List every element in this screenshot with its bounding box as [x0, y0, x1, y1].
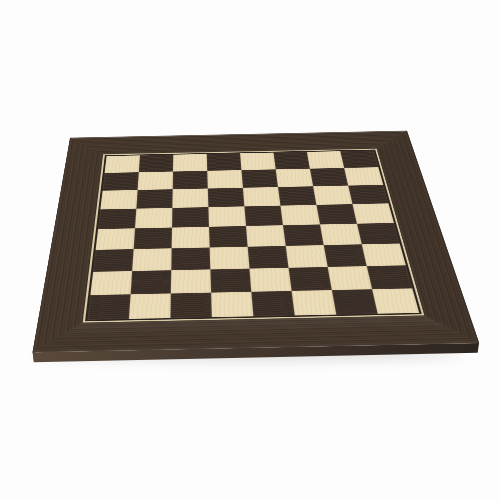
photo-background: [0, 0, 500, 500]
square-d1[interactable]: [211, 292, 253, 317]
square-c5[interactable]: [172, 207, 209, 227]
square-c1[interactable]: [170, 293, 211, 318]
square-g1[interactable]: [332, 289, 378, 314]
square-h2[interactable]: [367, 265, 413, 289]
square-a3[interactable]: [93, 249, 134, 272]
square-f7[interactable]: [276, 169, 313, 187]
square-e1[interactable]: [251, 291, 294, 316]
square-d8[interactable]: [207, 153, 242, 171]
square-a1[interactable]: [87, 294, 130, 320]
square-c4[interactable]: [172, 227, 210, 249]
square-a8[interactable]: [105, 155, 140, 173]
square-h7[interactable]: [344, 167, 383, 185]
square-a7[interactable]: [103, 172, 139, 190]
square-b5[interactable]: [135, 208, 172, 228]
square-e6[interactable]: [243, 187, 281, 206]
square-c8[interactable]: [173, 154, 207, 172]
square-g3[interactable]: [324, 244, 367, 267]
square-h3[interactable]: [362, 244, 406, 267]
square-f2[interactable]: [289, 267, 332, 291]
square-e4[interactable]: [246, 225, 286, 246]
square-e2[interactable]: [249, 268, 291, 292]
square-g7[interactable]: [310, 168, 348, 186]
square-a6[interactable]: [100, 190, 137, 209]
square-g4[interactable]: [320, 224, 362, 245]
square-h1[interactable]: [372, 288, 419, 313]
square-b7[interactable]: [138, 172, 173, 190]
square-c6[interactable]: [172, 189, 208, 208]
square-f8[interactable]: [273, 152, 309, 170]
inlay-gap: [85, 150, 422, 322]
square-f3[interactable]: [286, 245, 328, 268]
square-d5[interactable]: [208, 206, 246, 226]
square-e7[interactable]: [241, 169, 278, 187]
square-a2[interactable]: [90, 271, 132, 295]
square-c2[interactable]: [171, 269, 211, 293]
square-g8[interactable]: [307, 151, 344, 168]
square-f5[interactable]: [280, 205, 320, 225]
square-b4[interactable]: [134, 228, 172, 250]
square-b8[interactable]: [139, 155, 174, 173]
square-h5[interactable]: [352, 203, 394, 223]
square-g6[interactable]: [313, 186, 352, 205]
square-f6[interactable]: [278, 186, 316, 205]
square-g2[interactable]: [328, 266, 372, 290]
square-b3[interactable]: [132, 248, 171, 271]
square-e8[interactable]: [240, 153, 276, 171]
square-d4[interactable]: [209, 226, 248, 248]
square-c3[interactable]: [171, 248, 210, 271]
inlay-line: [83, 149, 425, 323]
square-d7[interactable]: [207, 170, 243, 188]
square-f4[interactable]: [283, 224, 324, 245]
square-g5[interactable]: [316, 204, 357, 224]
square-b1[interactable]: [129, 293, 171, 318]
square-e3[interactable]: [248, 246, 289, 269]
square-d3[interactable]: [210, 247, 250, 270]
square-e5[interactable]: [244, 206, 283, 226]
square-c7[interactable]: [173, 171, 208, 189]
square-d2[interactable]: [210, 269, 251, 293]
square-b6[interactable]: [136, 189, 172, 208]
square-f1[interactable]: [292, 290, 337, 315]
square-b2[interactable]: [131, 270, 172, 294]
chessboard-field: [87, 150, 419, 319]
square-h6[interactable]: [348, 185, 388, 204]
square-a5[interactable]: [98, 209, 136, 229]
square-a4[interactable]: [96, 228, 135, 250]
chessboard: [33, 131, 479, 352]
square-h4[interactable]: [357, 223, 400, 244]
square-d6[interactable]: [208, 188, 245, 207]
square-h8[interactable]: [340, 150, 378, 167]
